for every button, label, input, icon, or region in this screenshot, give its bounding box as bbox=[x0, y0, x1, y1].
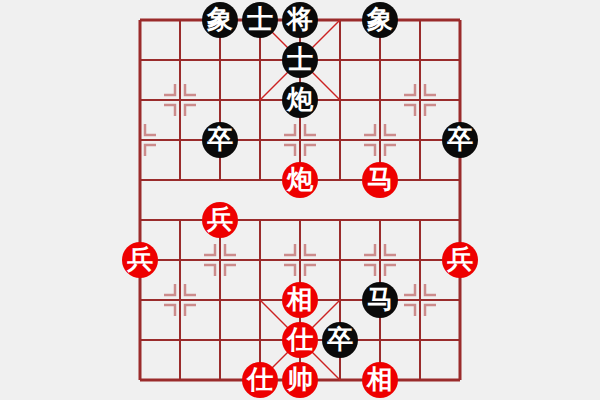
piece-black-elephant[interactable]: 象 bbox=[362, 2, 398, 38]
piece-black-cannon[interactable]: 炮 bbox=[282, 82, 318, 118]
piece-red-elephant[interactable]: 相 bbox=[362, 362, 398, 398]
piece-red-soldier[interactable]: 兵 bbox=[122, 242, 158, 278]
piece-red-elephant[interactable]: 相 bbox=[282, 282, 318, 318]
xiangqi-screen: 象士将象士炮卒卒炮马兵兵兵相马仕卒仕帅相 bbox=[0, 0, 600, 400]
piece-black-horse[interactable]: 马 bbox=[362, 282, 398, 318]
piece-red-advisor[interactable]: 仕 bbox=[242, 362, 278, 398]
piece-black-elephant[interactable]: 象 bbox=[202, 2, 238, 38]
piece-red-advisor[interactable]: 仕 bbox=[282, 322, 318, 358]
piece-red-general[interactable]: 帅 bbox=[282, 362, 318, 398]
piece-black-general[interactable]: 将 bbox=[282, 2, 318, 38]
piece-red-soldier[interactable]: 兵 bbox=[202, 202, 238, 238]
piece-black-soldier[interactable]: 卒 bbox=[202, 122, 238, 158]
piece-black-advisor[interactable]: 士 bbox=[242, 2, 278, 38]
piece-black-advisor[interactable]: 士 bbox=[282, 42, 318, 78]
piece-red-cannon[interactable]: 炮 bbox=[282, 162, 318, 198]
pieces-layer: 象士将象士炮卒卒炮马兵兵兵相马仕卒仕帅相 bbox=[0, 0, 600, 400]
piece-black-soldier[interactable]: 卒 bbox=[322, 322, 358, 358]
piece-red-horse[interactable]: 马 bbox=[362, 162, 398, 198]
piece-black-soldier[interactable]: 卒 bbox=[442, 122, 478, 158]
piece-red-soldier[interactable]: 兵 bbox=[442, 242, 478, 278]
